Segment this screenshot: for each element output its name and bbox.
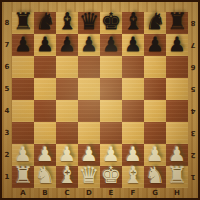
square-f5[interactable] bbox=[122, 78, 144, 100]
square-e6[interactable] bbox=[100, 56, 122, 78]
white-knight[interactable]: ♞ bbox=[145, 164, 166, 186]
rank-label: 4 bbox=[2, 100, 12, 122]
rank-label: 6 bbox=[188, 56, 198, 78]
file-label: F bbox=[122, 188, 144, 198]
rank-label: 8 bbox=[188, 12, 198, 34]
square-b1[interactable]: ♞ bbox=[34, 166, 56, 188]
black-bishop[interactable]: ♝ bbox=[123, 10, 144, 32]
square-e4[interactable] bbox=[100, 100, 122, 122]
rank-label: 7 bbox=[188, 34, 198, 56]
square-b3[interactable] bbox=[34, 122, 56, 144]
square-d7[interactable]: ♟ bbox=[78, 34, 100, 56]
rank-label: 2 bbox=[188, 144, 198, 166]
black-pawn[interactable]: ♟ bbox=[146, 33, 164, 55]
rank-label: 3 bbox=[2, 122, 12, 144]
square-f4[interactable] bbox=[122, 100, 144, 122]
rank-label: 8 bbox=[2, 12, 12, 34]
square-h7[interactable]: ♟ bbox=[166, 34, 188, 56]
rank-labels-right: 87654321 bbox=[188, 12, 198, 188]
square-a3[interactable] bbox=[12, 122, 34, 144]
square-c5[interactable] bbox=[56, 78, 78, 100]
square-a5[interactable] bbox=[12, 78, 34, 100]
square-e5[interactable] bbox=[100, 78, 122, 100]
file-label: H bbox=[166, 188, 188, 198]
square-g8[interactable]: ♞ bbox=[144, 12, 166, 34]
black-rook[interactable]: ♜ bbox=[13, 10, 34, 32]
file-label: B bbox=[34, 188, 56, 198]
white-rook[interactable]: ♜ bbox=[13, 164, 34, 186]
square-e8[interactable]: ♚ bbox=[100, 12, 122, 34]
square-g7[interactable]: ♟ bbox=[144, 34, 166, 56]
square-e3[interactable] bbox=[100, 122, 122, 144]
square-d8[interactable]: ♛ bbox=[78, 12, 100, 34]
white-knight[interactable]: ♞ bbox=[35, 164, 56, 186]
square-d5[interactable] bbox=[78, 78, 100, 100]
square-d6[interactable] bbox=[78, 56, 100, 78]
chess-board: ♜♞♝♛♚♝♞♜♟♟♟♟♟♟♟♟♟♟♟♟♟♟♟♟♜♞♝♛♚♝♞♜ 8765432… bbox=[0, 0, 200, 200]
rank-label: 5 bbox=[2, 78, 12, 100]
square-d4[interactable] bbox=[78, 100, 100, 122]
square-g3[interactable] bbox=[144, 122, 166, 144]
square-b5[interactable] bbox=[34, 78, 56, 100]
square-e1[interactable]: ♚ bbox=[100, 166, 122, 188]
square-b8[interactable]: ♞ bbox=[34, 12, 56, 34]
black-pawn[interactable]: ♟ bbox=[124, 33, 142, 55]
rank-label: 4 bbox=[188, 100, 198, 122]
square-b6[interactable] bbox=[34, 56, 56, 78]
file-label: C bbox=[56, 188, 78, 198]
white-king[interactable]: ♚ bbox=[101, 164, 122, 186]
white-rook[interactable]: ♜ bbox=[167, 164, 188, 186]
square-a8[interactable]: ♜ bbox=[12, 12, 34, 34]
white-bishop[interactable]: ♝ bbox=[123, 164, 144, 186]
black-pawn[interactable]: ♟ bbox=[58, 33, 76, 55]
square-a4[interactable] bbox=[12, 100, 34, 122]
file-label: D bbox=[78, 188, 100, 198]
black-pawn[interactable]: ♟ bbox=[80, 33, 98, 55]
rank-label: 1 bbox=[188, 166, 198, 188]
black-king[interactable]: ♚ bbox=[101, 10, 122, 32]
square-a7[interactable]: ♟ bbox=[12, 34, 34, 56]
square-e7[interactable]: ♟ bbox=[100, 34, 122, 56]
square-g1[interactable]: ♞ bbox=[144, 166, 166, 188]
square-f7[interactable]: ♟ bbox=[122, 34, 144, 56]
rank-label: 7 bbox=[2, 34, 12, 56]
square-h4[interactable] bbox=[166, 100, 188, 122]
square-d3[interactable] bbox=[78, 122, 100, 144]
white-bishop[interactable]: ♝ bbox=[57, 164, 78, 186]
rank-labels-left: 87654321 bbox=[2, 12, 12, 188]
square-g5[interactable] bbox=[144, 78, 166, 100]
black-pawn[interactable]: ♟ bbox=[36, 33, 54, 55]
white-queen[interactable]: ♛ bbox=[79, 164, 100, 186]
rank-label: 3 bbox=[188, 122, 198, 144]
square-c4[interactable] bbox=[56, 100, 78, 122]
rank-label: 5 bbox=[188, 78, 198, 100]
square-h3[interactable] bbox=[166, 122, 188, 144]
square-c7[interactable]: ♟ bbox=[56, 34, 78, 56]
black-bishop[interactable]: ♝ bbox=[57, 10, 78, 32]
square-f3[interactable] bbox=[122, 122, 144, 144]
black-queen[interactable]: ♛ bbox=[79, 10, 100, 32]
file-labels-bottom: ABCDEFGH bbox=[12, 188, 188, 198]
square-c1[interactable]: ♝ bbox=[56, 166, 78, 188]
square-h6[interactable] bbox=[166, 56, 188, 78]
square-h8[interactable]: ♜ bbox=[166, 12, 188, 34]
black-pawn[interactable]: ♟ bbox=[102, 33, 120, 55]
square-f6[interactable] bbox=[122, 56, 144, 78]
square-c8[interactable]: ♝ bbox=[56, 12, 78, 34]
square-g6[interactable] bbox=[144, 56, 166, 78]
rank-label: 1 bbox=[2, 166, 12, 188]
square-g4[interactable] bbox=[144, 100, 166, 122]
square-c3[interactable] bbox=[56, 122, 78, 144]
file-label: E bbox=[100, 188, 122, 198]
square-a6[interactable] bbox=[12, 56, 34, 78]
square-c6[interactable] bbox=[56, 56, 78, 78]
black-knight[interactable]: ♞ bbox=[145, 10, 166, 32]
square-h5[interactable] bbox=[166, 78, 188, 100]
square-b7[interactable]: ♟ bbox=[34, 34, 56, 56]
black-rook[interactable]: ♜ bbox=[167, 10, 188, 32]
square-f8[interactable]: ♝ bbox=[122, 12, 144, 34]
file-label: A bbox=[12, 188, 34, 198]
black-knight[interactable]: ♞ bbox=[35, 10, 56, 32]
black-pawn[interactable]: ♟ bbox=[168, 33, 186, 55]
rank-label: 2 bbox=[2, 144, 12, 166]
square-h1[interactable]: ♜ bbox=[166, 166, 188, 188]
square-a1[interactable]: ♜ bbox=[12, 166, 34, 188]
square-d1[interactable]: ♛ bbox=[78, 166, 100, 188]
file-label: G bbox=[144, 188, 166, 198]
black-pawn[interactable]: ♟ bbox=[14, 33, 32, 55]
square-f1[interactable]: ♝ bbox=[122, 166, 144, 188]
board-grid: ♜♞♝♛♚♝♞♜♟♟♟♟♟♟♟♟♟♟♟♟♟♟♟♟♜♞♝♛♚♝♞♜ bbox=[12, 12, 188, 188]
rank-label: 6 bbox=[2, 56, 12, 78]
square-b4[interactable] bbox=[34, 100, 56, 122]
